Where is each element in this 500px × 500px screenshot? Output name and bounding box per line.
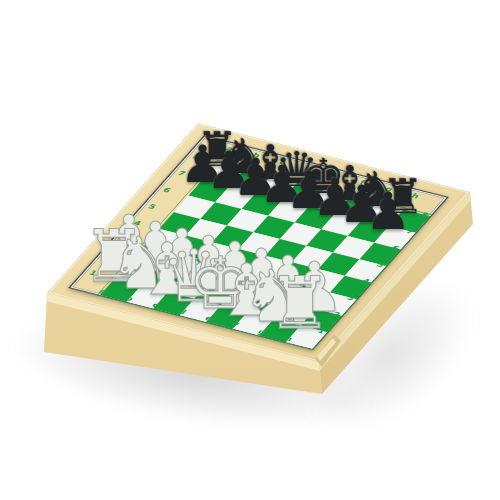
pieces-layer: ♜♞♝♛♚♝♞♜♟♟♟♟♟♟♟♟♟♟♟♟♟♟♟♟♜♞♝♛♚♝♞♜ [0,0,500,500]
piece-white-r-h1: ♜ [268,268,332,340]
piece-black-p-h7: ♟ [365,185,411,236]
product-scene: aa88bb77cc66dd55ee44ff33gg22hh11 ♜♞♝♛♚♝♞… [0,0,500,500]
